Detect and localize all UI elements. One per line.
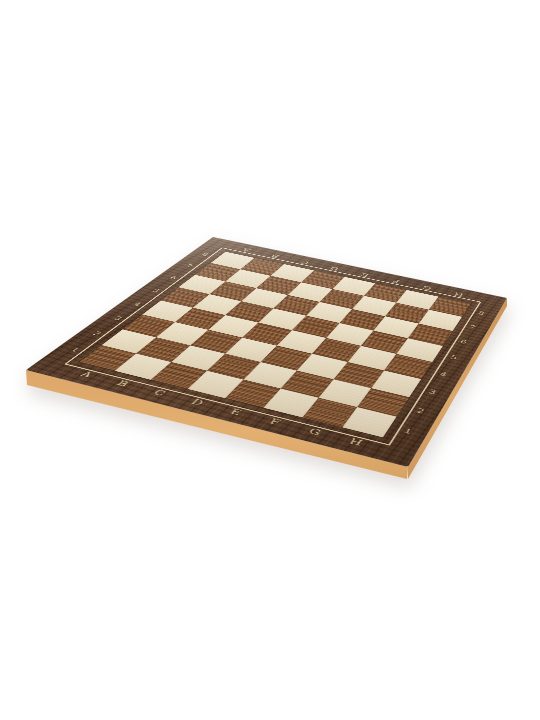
- file-label-bottom-b: B: [115, 379, 131, 387]
- file-label-top-b: B: [270, 254, 281, 259]
- rank-label-left-1: 1: [69, 347, 81, 353]
- rank-label-right-7: 7: [469, 325, 477, 330]
- rank-label-right-6: 6: [459, 339, 467, 344]
- rank-label-right-4: 4: [439, 371, 448, 377]
- chessboard: AABBCCDDEEFFGGHH1122334455667788: [26, 237, 507, 467]
- file-label-top-a: A: [241, 248, 252, 253]
- file-label-bottom-c: C: [152, 389, 168, 397]
- rank-label-left-8: 8: [201, 253, 210, 257]
- file-label-top-h: H: [453, 291, 465, 297]
- file-label-top-g: G: [421, 285, 432, 291]
- file-label-bottom-d: D: [189, 398, 205, 407]
- file-label-bottom-f: F: [268, 417, 282, 426]
- rank-label-right-8: 8: [477, 311, 485, 316]
- playing-field: [79, 252, 471, 438]
- rank-label-right-5: 5: [449, 355, 458, 361]
- rank-label-right-1: 1: [403, 428, 413, 435]
- file-label-bottom-g: G: [307, 427, 323, 436]
- file-label-bottom-a: A: [79, 371, 95, 379]
- rank-label-left-6: 6: [168, 276, 178, 280]
- rank-label-left-4: 4: [132, 302, 142, 307]
- file-label-bottom-h: H: [348, 437, 364, 447]
- rank-label-left-2: 2: [92, 331, 103, 337]
- file-label-top-c: C: [299, 260, 310, 265]
- board-shadow-group: AABBCCDDEEFFGGHH1122334455667788: [0, 0, 540, 720]
- file-label-bottom-e: E: [228, 408, 243, 417]
- rank-label-right-3: 3: [428, 389, 438, 395]
- file-label-top-d: D: [329, 266, 340, 271]
- file-label-top-e: E: [359, 272, 370, 277]
- rank-label-left-7: 7: [185, 264, 194, 268]
- rank-label-right-2: 2: [416, 408, 426, 415]
- rank-label-left-3: 3: [112, 316, 123, 321]
- product-photo: AABBCCDDEEFFGGHH1122334455667788: [0, 0, 540, 720]
- rank-label-left-5: 5: [151, 288, 161, 293]
- file-label-top-f: F: [390, 279, 400, 284]
